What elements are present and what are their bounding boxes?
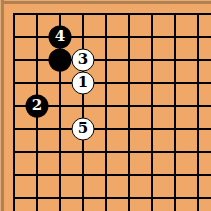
stone-label: 3 (78, 52, 88, 67)
stone-label: 1 (78, 75, 88, 90)
stone-black-2: 2 (26, 95, 49, 118)
stone-white-5: 5 (72, 118, 95, 141)
stones-layer: 12345 (0, 0, 211, 211)
stone-white-1: 1 (72, 72, 95, 95)
go-board: 12345 (0, 0, 211, 211)
stone-black-4: 4 (49, 26, 72, 49)
stone-white-3: 3 (72, 49, 95, 72)
stone-label: 5 (78, 121, 88, 136)
stone-label: 4 (55, 29, 65, 44)
stone-label: 2 (32, 98, 42, 113)
stone-black (49, 49, 72, 72)
